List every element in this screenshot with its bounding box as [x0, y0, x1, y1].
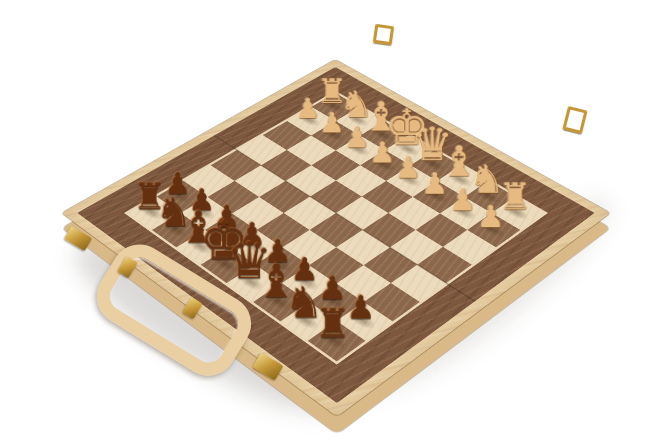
- piece-glyph: ♜: [295, 303, 370, 344]
- pieces-layer: ♜♞♝♚♛♝♞♜♟♟♟♟♟♟♟♟♟♟♟♟♟♟♟♟♜♞♝♚♛♝♞♜: [62, 59, 611, 416]
- piece-glyph: ♟: [456, 202, 525, 232]
- brass-latch-icon: [373, 24, 394, 45]
- chess-board: ♜♞♝♚♛♝♞♜♟♟♟♟♟♟♟♟♟♟♟♟♟♟♟♟♜♞♝♚♛♝♞♜: [62, 59, 611, 416]
- board-scene: ♜♞♝♚♛♝♞♜♟♟♟♟♟♟♟♟♟♟♟♟♟♟♟♟♜♞♝♚♛♝♞♜: [0, 0, 660, 444]
- photo-stage: ♜♞♝♚♛♝♞♜♟♟♟♟♟♟♟♟♟♟♟♟♟♟♟♟♜♞♝♚♛♝♞♜: [0, 0, 660, 444]
